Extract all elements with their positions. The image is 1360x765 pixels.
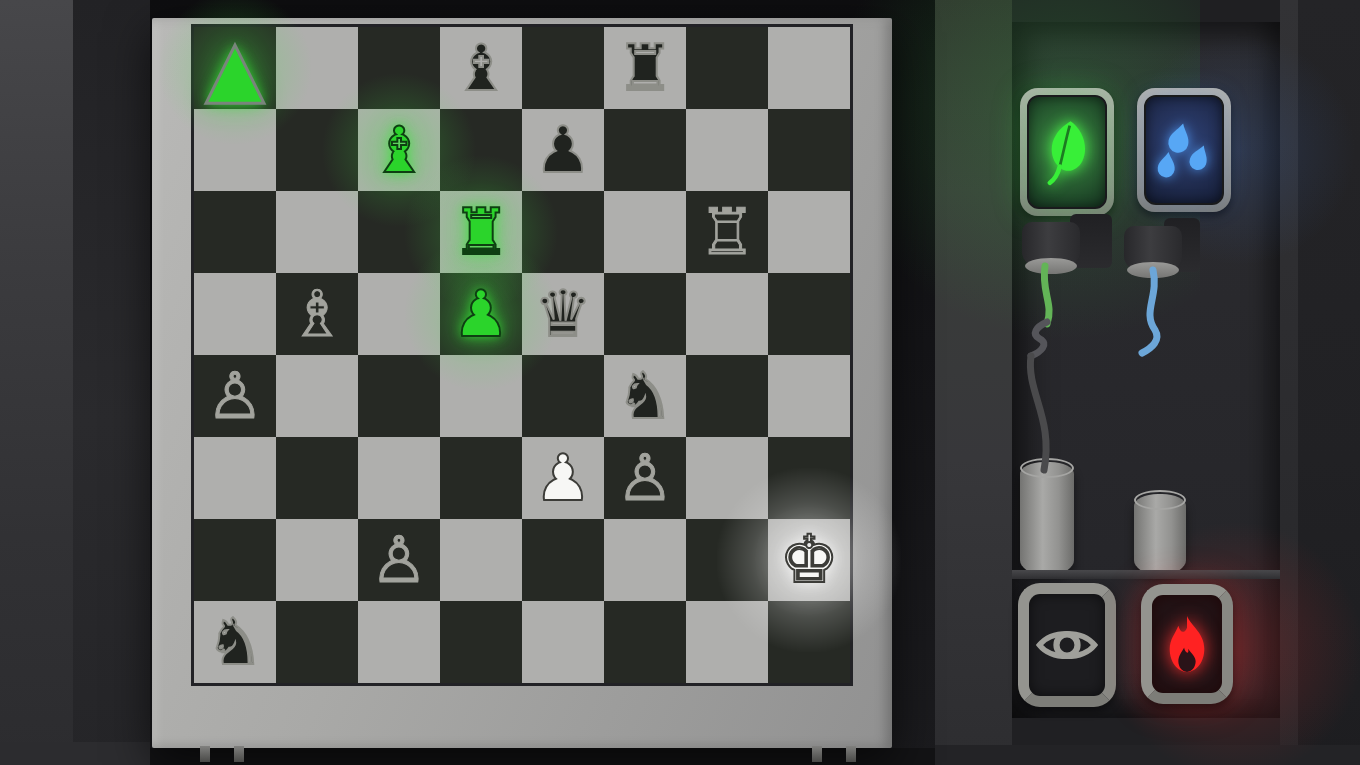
- square-a2[interactable]: [194, 519, 276, 601]
- floor-left: [0, 742, 150, 765]
- square-d7[interactable]: [440, 109, 522, 191]
- white-pawn-solid[interactable]: ♟: [534, 446, 591, 510]
- square-f3[interactable]: ♙: [604, 437, 686, 519]
- square-c2[interactable]: ♙: [358, 519, 440, 601]
- square-b5[interactable]: ♗: [276, 273, 358, 355]
- green-pawn[interactable]: ♟: [452, 282, 509, 346]
- white-pawn[interactable]: ♙: [206, 364, 263, 428]
- square-a3[interactable]: [194, 437, 276, 519]
- square-c5[interactable]: [358, 273, 440, 355]
- square-a1[interactable]: ♞: [194, 601, 276, 683]
- square-g7[interactable]: [686, 109, 768, 191]
- square-d2[interactable]: [440, 519, 522, 601]
- wall-right-outer: [1298, 0, 1360, 765]
- square-c8[interactable]: [358, 27, 440, 109]
- board-foot: [200, 746, 210, 762]
- green-rook[interactable]: ♜: [452, 200, 509, 264]
- white-bishop[interactable]: ♗: [288, 282, 345, 346]
- fire-button[interactable]: [1141, 584, 1233, 704]
- water-drops-icon: [1154, 120, 1214, 180]
- square-e8[interactable]: [522, 27, 604, 109]
- square-b3[interactable]: [276, 437, 358, 519]
- square-f5[interactable]: [604, 273, 686, 355]
- square-e4[interactable]: [522, 355, 604, 437]
- chess-board-frame: ▲♝♜♝♟♜♖♗♟♛♙♞♟♙♙♚♞: [152, 18, 892, 748]
- square-g8[interactable]: [686, 27, 768, 109]
- square-d8[interactable]: ♝: [440, 27, 522, 109]
- square-h4[interactable]: [768, 355, 850, 437]
- leaf-connector-cap: [1025, 258, 1077, 274]
- square-f6[interactable]: [604, 191, 686, 273]
- square-c4[interactable]: [358, 355, 440, 437]
- square-g4[interactable]: [686, 355, 768, 437]
- leaf-button-face: [1027, 95, 1107, 209]
- square-g5[interactable]: [686, 273, 768, 355]
- square-b4[interactable]: [276, 355, 358, 437]
- square-a8[interactable]: ▲: [194, 27, 276, 109]
- alcove-top-wall: [1012, 0, 1280, 22]
- white-rook[interactable]: ♖: [698, 200, 755, 264]
- black-rook[interactable]: ♜: [616, 36, 673, 100]
- square-e1[interactable]: [522, 601, 604, 683]
- square-f4[interactable]: ♞: [604, 355, 686, 437]
- square-g2[interactable]: [686, 519, 768, 601]
- left-cup[interactable]: [1020, 462, 1074, 574]
- black-knight[interactable]: ♞: [206, 610, 263, 674]
- square-d3[interactable]: [440, 437, 522, 519]
- eye-button[interactable]: [1018, 583, 1116, 707]
- square-f7[interactable]: [604, 109, 686, 191]
- puzzle-room-scene: ▲♝♜♝♟♜♖♗♟♛♙♞♟♙♙♚♞: [0, 0, 1360, 765]
- water-button-face: [1144, 95, 1224, 205]
- square-h3[interactable]: [768, 437, 850, 519]
- square-c1[interactable]: [358, 601, 440, 683]
- square-a4[interactable]: ♙: [194, 355, 276, 437]
- square-e2[interactable]: [522, 519, 604, 601]
- floor-right: [935, 745, 1360, 765]
- square-a6[interactable]: [194, 191, 276, 273]
- square-c7[interactable]: ♝: [358, 109, 440, 191]
- square-f1[interactable]: [604, 601, 686, 683]
- square-b8[interactable]: [276, 27, 358, 109]
- square-d1[interactable]: [440, 601, 522, 683]
- square-d6[interactable]: ♜: [440, 191, 522, 273]
- board-squares[interactable]: ▲♝♜♝♟♜♖♗♟♛♙♞♟♙♙♚♞: [191, 24, 853, 686]
- right-cup[interactable]: [1134, 494, 1186, 574]
- fire-icon: [1162, 614, 1212, 674]
- square-h2[interactable]: ♚: [768, 519, 850, 601]
- black-knight[interactable]: ♞: [616, 364, 673, 428]
- square-a7[interactable]: [194, 109, 276, 191]
- alcove-right-wall-edge: [1280, 0, 1298, 765]
- shelf-edge: [1012, 570, 1280, 579]
- square-e5[interactable]: ♛: [522, 273, 604, 355]
- square-c3[interactable]: [358, 437, 440, 519]
- square-h8[interactable]: [768, 27, 850, 109]
- board-foot: [234, 746, 244, 762]
- square-h1[interactable]: [768, 601, 850, 683]
- white-king[interactable]: ♚: [779, 527, 838, 593]
- left-cup-opening: [1020, 458, 1074, 478]
- square-e7[interactable]: ♟: [522, 109, 604, 191]
- black-bishop[interactable]: ♝: [452, 36, 509, 100]
- square-b6[interactable]: [276, 191, 358, 273]
- square-a5[interactable]: [194, 273, 276, 355]
- square-f8[interactable]: ♜: [604, 27, 686, 109]
- square-d4[interactable]: [440, 355, 522, 437]
- square-f2[interactable]: [604, 519, 686, 601]
- square-h5[interactable]: [768, 273, 850, 355]
- black-pawn[interactable]: ♟: [534, 118, 591, 182]
- square-c6[interactable]: [358, 191, 440, 273]
- eye-icon: [1034, 623, 1100, 667]
- black-queen[interactable]: ♛: [534, 282, 591, 346]
- square-d5[interactable]: ♟: [440, 273, 522, 355]
- square-e3[interactable]: ♟: [522, 437, 604, 519]
- green-bishop[interactable]: ♝: [370, 118, 427, 182]
- square-e6[interactable]: [522, 191, 604, 273]
- water-button[interactable]: [1137, 88, 1231, 212]
- square-b2[interactable]: [276, 519, 358, 601]
- square-b7[interactable]: [276, 109, 358, 191]
- water-connector-cap: [1127, 262, 1179, 278]
- square-g6[interactable]: ♖: [686, 191, 768, 273]
- board-foot: [812, 746, 822, 762]
- square-b1[interactable]: [276, 601, 358, 683]
- leaf-button[interactable]: [1020, 88, 1114, 216]
- square-h6[interactable]: [768, 191, 850, 273]
- wall-left-outer: [0, 0, 73, 765]
- square-h7[interactable]: [768, 109, 850, 191]
- leaf-icon: [1038, 117, 1096, 187]
- green-triangle-marker[interactable]: ▲: [206, 30, 264, 106]
- white-pawn[interactable]: ♙: [370, 528, 427, 592]
- board-foot: [846, 746, 856, 762]
- square-g3[interactable]: [686, 437, 768, 519]
- wall-column-between: [935, 0, 1012, 765]
- right-cup-opening: [1134, 490, 1186, 510]
- white-pawn[interactable]: ♙: [616, 446, 673, 510]
- wall-left-inner-face: [73, 0, 150, 765]
- square-g1[interactable]: [686, 601, 768, 683]
